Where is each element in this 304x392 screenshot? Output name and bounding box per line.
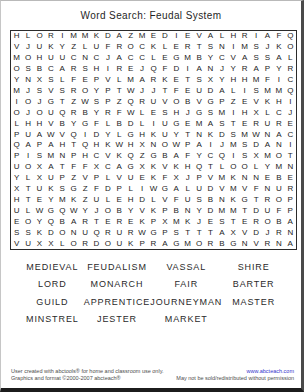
- word-guild: GUILD: [21, 293, 84, 311]
- grid-cell: S: [239, 140, 250, 151]
- grid-cell: B: [114, 205, 125, 216]
- grid-cell: M: [171, 216, 182, 227]
- grid-cell: Y: [11, 75, 22, 86]
- grid-cell: R: [79, 216, 90, 227]
- grid-cell: X: [91, 162, 102, 173]
- grid-cell: K: [45, 42, 56, 53]
- grid-cell: E: [148, 31, 159, 42]
- footer-left: User created with abctools® for home and…: [11, 368, 164, 382]
- grid-cell: U: [262, 118, 273, 129]
- grid-cell: X: [34, 75, 45, 86]
- grid-cell: K: [148, 129, 159, 140]
- grid-cell: P: [102, 96, 113, 107]
- grid-cell: Y: [68, 118, 79, 129]
- grid-cell: M: [262, 151, 273, 162]
- grid-cell: O: [193, 238, 204, 249]
- grid-cell: R: [148, 75, 159, 86]
- grid-cell: G: [193, 107, 204, 118]
- grid-cell: K: [273, 42, 284, 53]
- footer-permission-note: May not be sold/redistributed without pe…: [176, 375, 294, 382]
- grid-cell: P: [91, 75, 102, 86]
- grid-cell: P: [136, 238, 147, 249]
- grid-cell: P: [68, 151, 79, 162]
- grid-cell: U: [34, 184, 45, 195]
- grid-cell: Q: [148, 64, 159, 75]
- grid-cell: S: [57, 184, 68, 195]
- grid-cell: H: [91, 64, 102, 75]
- grid-cell: P: [193, 173, 204, 184]
- grid-cell: A: [273, 53, 284, 64]
- grid-cell: L: [22, 173, 33, 184]
- grid-cell: F: [273, 205, 284, 216]
- grid-cell: X: [250, 107, 261, 118]
- grid-cell: G: [205, 96, 216, 107]
- grid-cell: S: [159, 107, 170, 118]
- grid-cell: L: [22, 31, 33, 42]
- grid-cell: U: [273, 184, 284, 195]
- grid-cell: Q: [285, 85, 296, 96]
- grid-cell: F: [68, 75, 79, 86]
- grid-cell: W: [34, 205, 45, 216]
- grid-cell: K: [182, 216, 193, 227]
- grid-cell: S: [11, 227, 22, 238]
- grid-cell: T: [239, 205, 250, 216]
- grid-cell: B: [34, 64, 45, 75]
- grid-cell: V: [239, 227, 250, 238]
- grid-cell: R: [136, 96, 147, 107]
- grid-cell: Z: [68, 96, 79, 107]
- grid-cell: E: [11, 216, 22, 227]
- grid-cell: P: [182, 140, 193, 151]
- grid-cell: Y: [91, 107, 102, 118]
- grid-cell: P: [148, 216, 159, 227]
- grid-cell: R: [285, 64, 296, 75]
- grid-cell: U: [125, 173, 136, 184]
- grid-cell: U: [57, 53, 68, 64]
- grid-cell: L: [148, 53, 159, 64]
- footer-right: www.abcteach.com May not be sold/redistr…: [176, 368, 294, 382]
- grid-cell: M: [216, 173, 227, 184]
- grid-cell: R: [273, 118, 284, 129]
- grid-cell: B: [273, 173, 284, 184]
- grid-cell: M: [79, 31, 90, 42]
- grid-cell: N: [273, 238, 284, 249]
- grid-cell: G: [171, 118, 182, 129]
- grid-cell: J: [22, 85, 33, 96]
- grid-cell: X: [34, 238, 45, 249]
- grid-cell: M: [273, 162, 284, 173]
- grid-cell: C: [205, 151, 216, 162]
- grid-cell: G: [125, 162, 136, 173]
- grid-cell: M: [182, 238, 193, 249]
- grid-cell: J: [216, 64, 227, 75]
- grid-cell: I: [228, 107, 239, 118]
- grid-cell: L: [22, 205, 33, 216]
- grid-cell: T: [159, 85, 170, 96]
- grid-cell: Q: [57, 205, 68, 216]
- word-medieval: MEDIEVAL: [21, 258, 84, 276]
- grid-cell: M: [182, 53, 193, 64]
- grid-cell: N: [216, 42, 227, 53]
- grid-cell: M: [228, 140, 239, 151]
- word-master: MASTER: [222, 293, 285, 311]
- grid-cell: J: [182, 107, 193, 118]
- grid-cell: M: [273, 85, 284, 96]
- grid-cell: N: [239, 173, 250, 184]
- grid-cell: E: [182, 85, 193, 96]
- grid-cell: U: [148, 96, 159, 107]
- grid-cell: U: [45, 53, 56, 64]
- grid-cell: J: [262, 227, 273, 238]
- grid-cell: O: [68, 238, 79, 249]
- grid-cell: B: [57, 216, 68, 227]
- grid-cell: I: [250, 31, 261, 42]
- word-market: MARKET: [150, 311, 222, 329]
- grid-cell: L: [114, 129, 125, 140]
- grid-cell: P: [102, 85, 113, 96]
- grid-cell: H: [34, 53, 45, 64]
- grid-cell: H: [136, 129, 147, 140]
- grid-cell: P: [262, 64, 273, 75]
- grid-cell: J: [148, 85, 159, 96]
- grid-cell: A: [205, 31, 216, 42]
- grid-cell: O: [171, 96, 182, 107]
- grid-cell: U: [34, 42, 45, 53]
- grid-cell: E: [239, 96, 250, 107]
- grid-cell: Z: [228, 96, 239, 107]
- grid-cell: I: [285, 96, 296, 107]
- grid-cell: U: [262, 205, 273, 216]
- grid-cell: D: [125, 118, 136, 129]
- grid-cell: A: [239, 53, 250, 64]
- grid-cell: I: [11, 96, 22, 107]
- grid-cell: W: [125, 85, 136, 96]
- grid-cell: D: [102, 184, 113, 195]
- grid-cell: G: [171, 238, 182, 249]
- grid-cell: T: [91, 216, 102, 227]
- grid-cell: K: [205, 129, 216, 140]
- grid-cell: H: [239, 75, 250, 86]
- grid-cell: B: [205, 194, 216, 205]
- grid-cell: X: [159, 216, 170, 227]
- grid-cell: T: [57, 162, 68, 173]
- grid-cell: G: [68, 184, 79, 195]
- grid-cell: D: [102, 31, 113, 42]
- grid-cell: K: [262, 96, 273, 107]
- grid-cell: M: [250, 75, 261, 86]
- grid-cell: H: [273, 96, 284, 107]
- grid-cell: R: [79, 238, 90, 249]
- grid-cell: F: [68, 162, 79, 173]
- grid-cell: M: [228, 184, 239, 195]
- grid-cell: G: [125, 129, 136, 140]
- grid-cell: D: [45, 227, 56, 238]
- grid-cell: E: [102, 216, 113, 227]
- grid-cell: H: [57, 140, 68, 151]
- grid-cell: T: [182, 227, 193, 238]
- word-feudalism: FEUDALISM: [84, 258, 151, 276]
- grid-cell: U: [114, 227, 125, 238]
- grid-cell: H: [79, 151, 90, 162]
- footer-copyright: Graphics and format ©2000-2007 abcteach®: [11, 375, 164, 382]
- grid-cell: A: [114, 162, 125, 173]
- grid-cell: I: [102, 64, 113, 75]
- grid-cell: A: [171, 151, 182, 162]
- grid-cell: G: [79, 118, 90, 129]
- grid-cell: G: [159, 184, 170, 195]
- footer-usage-note: User created with abctools® for home and…: [11, 368, 164, 375]
- grid-cell: Y: [228, 64, 239, 75]
- grid-cell: N: [205, 64, 216, 75]
- grid-cell: Y: [102, 129, 113, 140]
- grid-cell: B: [273, 216, 284, 227]
- grid-cell: E: [125, 64, 136, 75]
- grid-cell: V: [159, 96, 170, 107]
- grid-cell: R: [45, 31, 56, 42]
- grid-cell: L: [114, 75, 125, 86]
- grid-cell: C: [91, 151, 102, 162]
- grid-cell: F: [171, 85, 182, 96]
- grid-cell: O: [125, 42, 136, 53]
- grid-cell: H: [11, 194, 22, 205]
- grid-cell: F: [171, 194, 182, 205]
- word-empty: [222, 311, 285, 329]
- grid-cell: O: [22, 216, 33, 227]
- grid-cell: P: [11, 129, 22, 140]
- grid-cell: I: [273, 75, 284, 86]
- grid-cell: N: [216, 194, 227, 205]
- grid-cell: W: [250, 129, 261, 140]
- grid-cell: I: [285, 140, 296, 151]
- grid-cell: A: [45, 162, 56, 173]
- grid-cell: A: [114, 31, 125, 42]
- grid-cell: D: [91, 238, 102, 249]
- grid-cell: V: [11, 42, 22, 53]
- grid-cell: U: [193, 184, 204, 195]
- grid-cell: H: [125, 140, 136, 151]
- grid-cell: T: [285, 151, 296, 162]
- grid-cell: T: [193, 42, 204, 53]
- grid-cell: S: [216, 216, 227, 227]
- grid-cell: S: [91, 96, 102, 107]
- grid-cell: Z: [68, 173, 79, 184]
- grid-cell: Y: [11, 173, 22, 184]
- grid-cell: K: [148, 42, 159, 53]
- grid-cell: U: [79, 227, 90, 238]
- grid-cell: Q: [68, 129, 79, 140]
- grid-cell: H: [91, 140, 102, 151]
- grid-cell: N: [148, 140, 159, 151]
- word-list: MEDIEVALFEUDALISMVASSALSHIRELORDMONARCHF…: [1, 258, 304, 328]
- grid-cell: A: [45, 140, 56, 151]
- grid-cell: S: [239, 151, 250, 162]
- grid-cell: Y: [273, 64, 284, 75]
- word-fair: FAIR: [150, 276, 222, 294]
- grid-cell: V: [193, 31, 204, 42]
- grid-cell: K: [34, 227, 45, 238]
- grid-cell: I: [182, 64, 193, 75]
- grid-cell: E: [34, 194, 45, 205]
- grid-cell: N: [239, 238, 250, 249]
- grid-cell: L: [285, 53, 296, 64]
- grid-cell: I: [22, 151, 33, 162]
- word-apprentice: APPRENTICE: [84, 293, 151, 311]
- grid-cell: L: [148, 194, 159, 205]
- grid-cell: O: [22, 96, 33, 107]
- grid-cell: M: [125, 75, 136, 86]
- grid-cell: Y: [216, 75, 227, 86]
- grid-cell: I: [148, 118, 159, 129]
- grid-cell: E: [239, 118, 250, 129]
- grid-cell: A: [205, 118, 216, 129]
- grid-cell: O: [34, 107, 45, 118]
- grid-cell: P: [34, 140, 45, 151]
- grid-cell: E: [159, 53, 170, 64]
- grid-cell: N: [273, 140, 284, 151]
- grid-cell: A: [285, 216, 296, 227]
- grid-cell: D: [250, 205, 261, 216]
- grid-cell: S: [193, 75, 204, 86]
- grid-cell: C: [91, 53, 102, 64]
- grid-cell: P: [114, 184, 125, 195]
- grid-cell: E: [239, 216, 250, 227]
- grid-cell: O: [262, 216, 273, 227]
- grid-cell: A: [68, 216, 79, 227]
- grid-cell: G: [239, 194, 250, 205]
- grid-cell: A: [273, 129, 284, 140]
- grid-cell: O: [79, 85, 90, 96]
- grid-cell: S: [57, 85, 68, 96]
- grid-cell: T: [205, 162, 216, 173]
- grid-cell: T: [57, 96, 68, 107]
- grid-cell: I: [136, 184, 147, 195]
- grid-cell: M: [68, 31, 79, 42]
- grid-cell: A: [285, 238, 296, 249]
- grid-cell: L: [136, 118, 147, 129]
- word-search-grid: HLORIMMKDAZMEDIEVALHRIAFQVJUKYZLUFROCKLE…: [10, 30, 297, 250]
- grid-cell: S: [205, 107, 216, 118]
- grid-cell: L: [57, 238, 68, 249]
- grid-cell: Z: [79, 194, 90, 205]
- grid-cell: S: [262, 53, 273, 64]
- grid-cell: P: [57, 173, 68, 184]
- grid-cell: S: [228, 129, 239, 140]
- grid-cell: L: [102, 173, 113, 184]
- worksheet-page: Word Search: Feudal System HLORIMMKDAZME…: [0, 0, 304, 392]
- grid-cell: A: [57, 64, 68, 75]
- grid-cell: E: [148, 107, 159, 118]
- grid-cell: C: [136, 42, 147, 53]
- grid-cell: V: [159, 194, 170, 205]
- grid-cell: R: [182, 42, 193, 53]
- grid-cell: R: [205, 238, 216, 249]
- grid-cell: B: [114, 118, 125, 129]
- grid-cell: L: [250, 162, 261, 173]
- grid-cell: K: [125, 238, 136, 249]
- grid-cell: K: [136, 216, 147, 227]
- grid-cell: D: [159, 31, 170, 42]
- grid-cell: R: [68, 64, 79, 75]
- grid-cell: D: [91, 129, 102, 140]
- grid-cell: Y: [193, 205, 204, 216]
- grid-cell: R: [148, 238, 159, 249]
- grid-cell: W: [114, 140, 125, 151]
- grid-cell: L: [262, 107, 273, 118]
- grid-cell: R: [250, 216, 261, 227]
- grid-cell: J: [102, 53, 113, 64]
- grid-cell: A: [22, 140, 33, 151]
- grid-cell: K: [148, 205, 159, 216]
- grid-cell: L: [125, 184, 136, 195]
- grid-cell: N: [250, 173, 261, 184]
- grid-cell: X: [11, 184, 22, 195]
- grid-cell: A: [193, 64, 204, 75]
- grid-cell: R: [285, 184, 296, 195]
- abcteach-link[interactable]: www.abcteach.com: [247, 368, 294, 374]
- grid-cell: Z: [125, 31, 136, 42]
- grid-cell: S: [250, 42, 261, 53]
- grid-cell: J: [136, 85, 147, 96]
- grid-cell: P: [91, 173, 102, 184]
- grid-cell: O: [22, 162, 33, 173]
- grid-cell: T: [182, 129, 193, 140]
- grid-cell: H: [228, 75, 239, 86]
- grid-cell: N: [79, 53, 90, 64]
- grid-cell: O: [22, 53, 33, 64]
- grid-cell: U: [91, 42, 102, 53]
- grid-cell: E: [171, 75, 182, 86]
- grid-cell: F: [102, 42, 113, 53]
- grid-cell: J: [285, 107, 296, 118]
- grid-cell: V: [79, 173, 90, 184]
- grid-cell: E: [182, 118, 193, 129]
- grid-cell: M: [11, 85, 22, 96]
- grid-cell: K: [102, 140, 113, 151]
- grid-cell: V: [136, 205, 147, 216]
- grid-cell: T: [114, 85, 125, 96]
- grid-cell: T: [182, 75, 193, 86]
- grid-cell: C: [125, 53, 136, 64]
- grid-cell: Q: [193, 162, 204, 173]
- grid-cell: J: [216, 140, 227, 151]
- grid-cell: V: [45, 118, 56, 129]
- grid-cell: O: [159, 140, 170, 151]
- grid-cell: I: [205, 140, 216, 151]
- grid-cell: E: [136, 173, 147, 184]
- grid-cell: H: [11, 31, 22, 42]
- grid-cell: M: [216, 107, 227, 118]
- grid-cell: S: [22, 227, 33, 238]
- grid-cell: L: [216, 162, 227, 173]
- grid-cell: F: [182, 151, 193, 162]
- grid-cell: J: [193, 216, 204, 227]
- grid-cell: X: [45, 238, 56, 249]
- grid-cell: P: [285, 205, 296, 216]
- grid-cell: A: [171, 184, 182, 195]
- grid-cell: S: [193, 194, 204, 205]
- grid-cell: M: [239, 42, 250, 53]
- grid-cell: S: [34, 85, 45, 96]
- grid-cell: Y: [34, 216, 45, 227]
- grid-cell: Y: [171, 129, 182, 140]
- grid-cell: S: [205, 42, 216, 53]
- grid-cell: I: [171, 31, 182, 42]
- grid-cell: H: [182, 162, 193, 173]
- word-jester: JESTER: [84, 311, 151, 329]
- grid-cell: O: [228, 162, 239, 173]
- grid-cell: R: [68, 107, 79, 118]
- grid-cell: T: [205, 227, 216, 238]
